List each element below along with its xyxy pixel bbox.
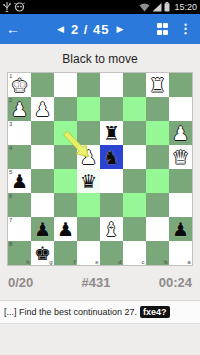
- black-knight-d4: ♞: [100, 145, 123, 169]
- square-h2[interactable]: 2♟: [8, 97, 31, 121]
- file-label-c: c: [142, 259, 145, 265]
- square-a5[interactable]: [169, 169, 192, 193]
- square-c6[interactable]: [123, 193, 146, 217]
- black-rook-d3: ♜: [100, 121, 123, 145]
- square-d3[interactable]: ♜: [100, 121, 123, 145]
- square-g2[interactable]: ♟: [31, 97, 54, 121]
- square-b4[interactable]: [146, 145, 169, 169]
- square-c4[interactable]: [123, 145, 146, 169]
- square-g3[interactable]: [31, 121, 54, 145]
- black-pawn-a7: ♟: [169, 217, 192, 241]
- app-bar: ← ◀ 2 / 45 ▶ ⋮: [0, 14, 200, 44]
- file-label-h: h: [26, 259, 29, 265]
- square-e6[interactable]: [77, 193, 100, 217]
- status-time: 15:20: [174, 2, 197, 12]
- rank-label-7: 7: [9, 217, 12, 223]
- rank-label-5: 5: [9, 169, 12, 175]
- file-label-d: d: [118, 259, 121, 265]
- square-d1[interactable]: [100, 73, 123, 97]
- file-label-g: g: [49, 259, 52, 265]
- rank-label-1: 1: [9, 73, 12, 79]
- file-label-e: e: [95, 259, 98, 265]
- mascot-icon: [14, 2, 25, 12]
- square-h6[interactable]: 6: [8, 193, 31, 217]
- square-d4[interactable]: ♞: [100, 145, 123, 169]
- white-bishop-d7: ♝: [100, 217, 123, 241]
- square-d7[interactable]: ♝: [100, 217, 123, 241]
- square-e4[interactable]: ♟: [77, 145, 100, 169]
- square-g1[interactable]: [31, 73, 54, 97]
- white-queen-a4: ♛: [169, 145, 192, 169]
- black-pawn-f7: ♟: [54, 217, 77, 241]
- square-f5[interactable]: [54, 169, 77, 193]
- square-f6[interactable]: [54, 193, 77, 217]
- overflow-menu-icon[interactable]: ⋮: [177, 14, 194, 44]
- square-h5[interactable]: 5♟: [8, 169, 31, 193]
- side-to-move-label: Black to move: [0, 44, 200, 73]
- square-e1[interactable]: [77, 73, 100, 97]
- square-c1[interactable]: [123, 73, 146, 97]
- square-d8[interactable]: d: [100, 241, 123, 265]
- file-label-b: b: [164, 259, 167, 265]
- file-label-a: a: [187, 259, 190, 265]
- prev-puzzle-button[interactable]: ◀: [57, 14, 64, 44]
- square-g7[interactable]: ♟: [31, 217, 54, 241]
- square-b6[interactable]: [146, 193, 169, 217]
- square-a3[interactable]: ♟: [169, 121, 192, 145]
- rank-label-3: 3: [9, 121, 12, 127]
- square-f8[interactable]: f: [54, 241, 77, 265]
- square-b5[interactable]: [146, 169, 169, 193]
- stats-row: 0/20 #431 00:24: [0, 272, 200, 292]
- square-e3[interactable]: [77, 121, 100, 145]
- status-bar: 15:20: [0, 0, 200, 14]
- file-label-f: f: [74, 259, 76, 265]
- square-b1[interactable]: ♜: [146, 73, 169, 97]
- rank-label-2: 2: [9, 97, 12, 103]
- square-c7[interactable]: [123, 217, 146, 241]
- timer: 00:24: [159, 275, 192, 290]
- square-h7[interactable]: 7: [8, 217, 31, 241]
- square-f1[interactable]: [54, 73, 77, 97]
- square-b2[interactable]: [146, 97, 169, 121]
- move-caption: [...] Find the best continuation 27. fxe…: [0, 301, 200, 323]
- white-rook-b1: ♜: [146, 73, 169, 97]
- rank-label-8: 8: [9, 241, 12, 247]
- puzzle-navigation: ◀ 2 / 45 ▶: [28, 14, 153, 44]
- square-d5[interactable]: [100, 169, 123, 193]
- square-e7[interactable]: [77, 217, 100, 241]
- next-puzzle-button[interactable]: ▶: [117, 14, 124, 44]
- square-g8[interactable]: g♚: [31, 241, 54, 265]
- square-c5[interactable]: [123, 169, 146, 193]
- current-move-chip[interactable]: fxe4?: [140, 306, 170, 318]
- signal-icon: [152, 3, 162, 12]
- square-g4[interactable]: [31, 145, 54, 169]
- square-e2[interactable]: [77, 97, 100, 121]
- usb-icon: [3, 2, 11, 12]
- square-a7[interactable]: ♟: [169, 217, 192, 241]
- puzzle-number: #431: [82, 275, 111, 290]
- square-h3[interactable]: 3: [8, 121, 31, 145]
- square-h1[interactable]: 1♚: [8, 73, 31, 97]
- square-f4[interactable]: [54, 145, 77, 169]
- square-a6[interactable]: [169, 193, 192, 217]
- square-b7[interactable]: [146, 217, 169, 241]
- square-a4[interactable]: ♛: [169, 145, 192, 169]
- puzzle-list-grid-icon[interactable]: [157, 23, 169, 35]
- back-button[interactable]: ←: [6, 14, 28, 44]
- square-d6[interactable]: [100, 193, 123, 217]
- square-a2[interactable]: [169, 97, 192, 121]
- square-h8[interactable]: 8h: [8, 241, 31, 265]
- black-queen-e5: ♛: [77, 169, 100, 193]
- square-e8[interactable]: e: [77, 241, 100, 265]
- white-pawn-a3: ♟: [169, 121, 192, 145]
- rank-label-6: 6: [9, 193, 12, 199]
- square-d2[interactable]: [100, 97, 123, 121]
- square-c8[interactable]: c: [123, 241, 146, 265]
- square-e5[interactable]: ♛: [77, 169, 100, 193]
- square-b8[interactable]: b: [146, 241, 169, 265]
- square-c3[interactable]: [123, 121, 146, 145]
- rank-label-4: 4: [9, 145, 12, 151]
- black-pawn-g7: ♟: [31, 217, 54, 241]
- score-counter: 0/20: [8, 275, 33, 290]
- wifi-icon: [139, 3, 150, 12]
- puzzle-position-counter: 2 / 45: [71, 22, 110, 37]
- square-g5[interactable]: [31, 169, 54, 193]
- caption-text: [...] Find the best continuation 27.: [4, 307, 137, 317]
- white-pawn-e4: ♟: [77, 145, 100, 169]
- square-f7[interactable]: ♟: [54, 217, 77, 241]
- square-f2[interactable]: [54, 97, 77, 121]
- white-pawn-g2: ♟: [31, 97, 54, 121]
- square-a8[interactable]: a: [169, 241, 192, 265]
- chess-board: 1♚♜2♟♟3♜♟4♟♞♛5♟♛67♟♟♝♟8hg♚fedcba: [8, 73, 192, 265]
- battery-icon: [164, 2, 170, 12]
- square-a1[interactable]: [169, 73, 192, 97]
- square-c2[interactable]: [123, 97, 146, 121]
- square-f3[interactable]: [54, 121, 77, 145]
- square-g6[interactable]: [31, 193, 54, 217]
- divider: [0, 323, 200, 324]
- square-h4[interactable]: 4: [8, 145, 31, 169]
- square-b3[interactable]: [146, 121, 169, 145]
